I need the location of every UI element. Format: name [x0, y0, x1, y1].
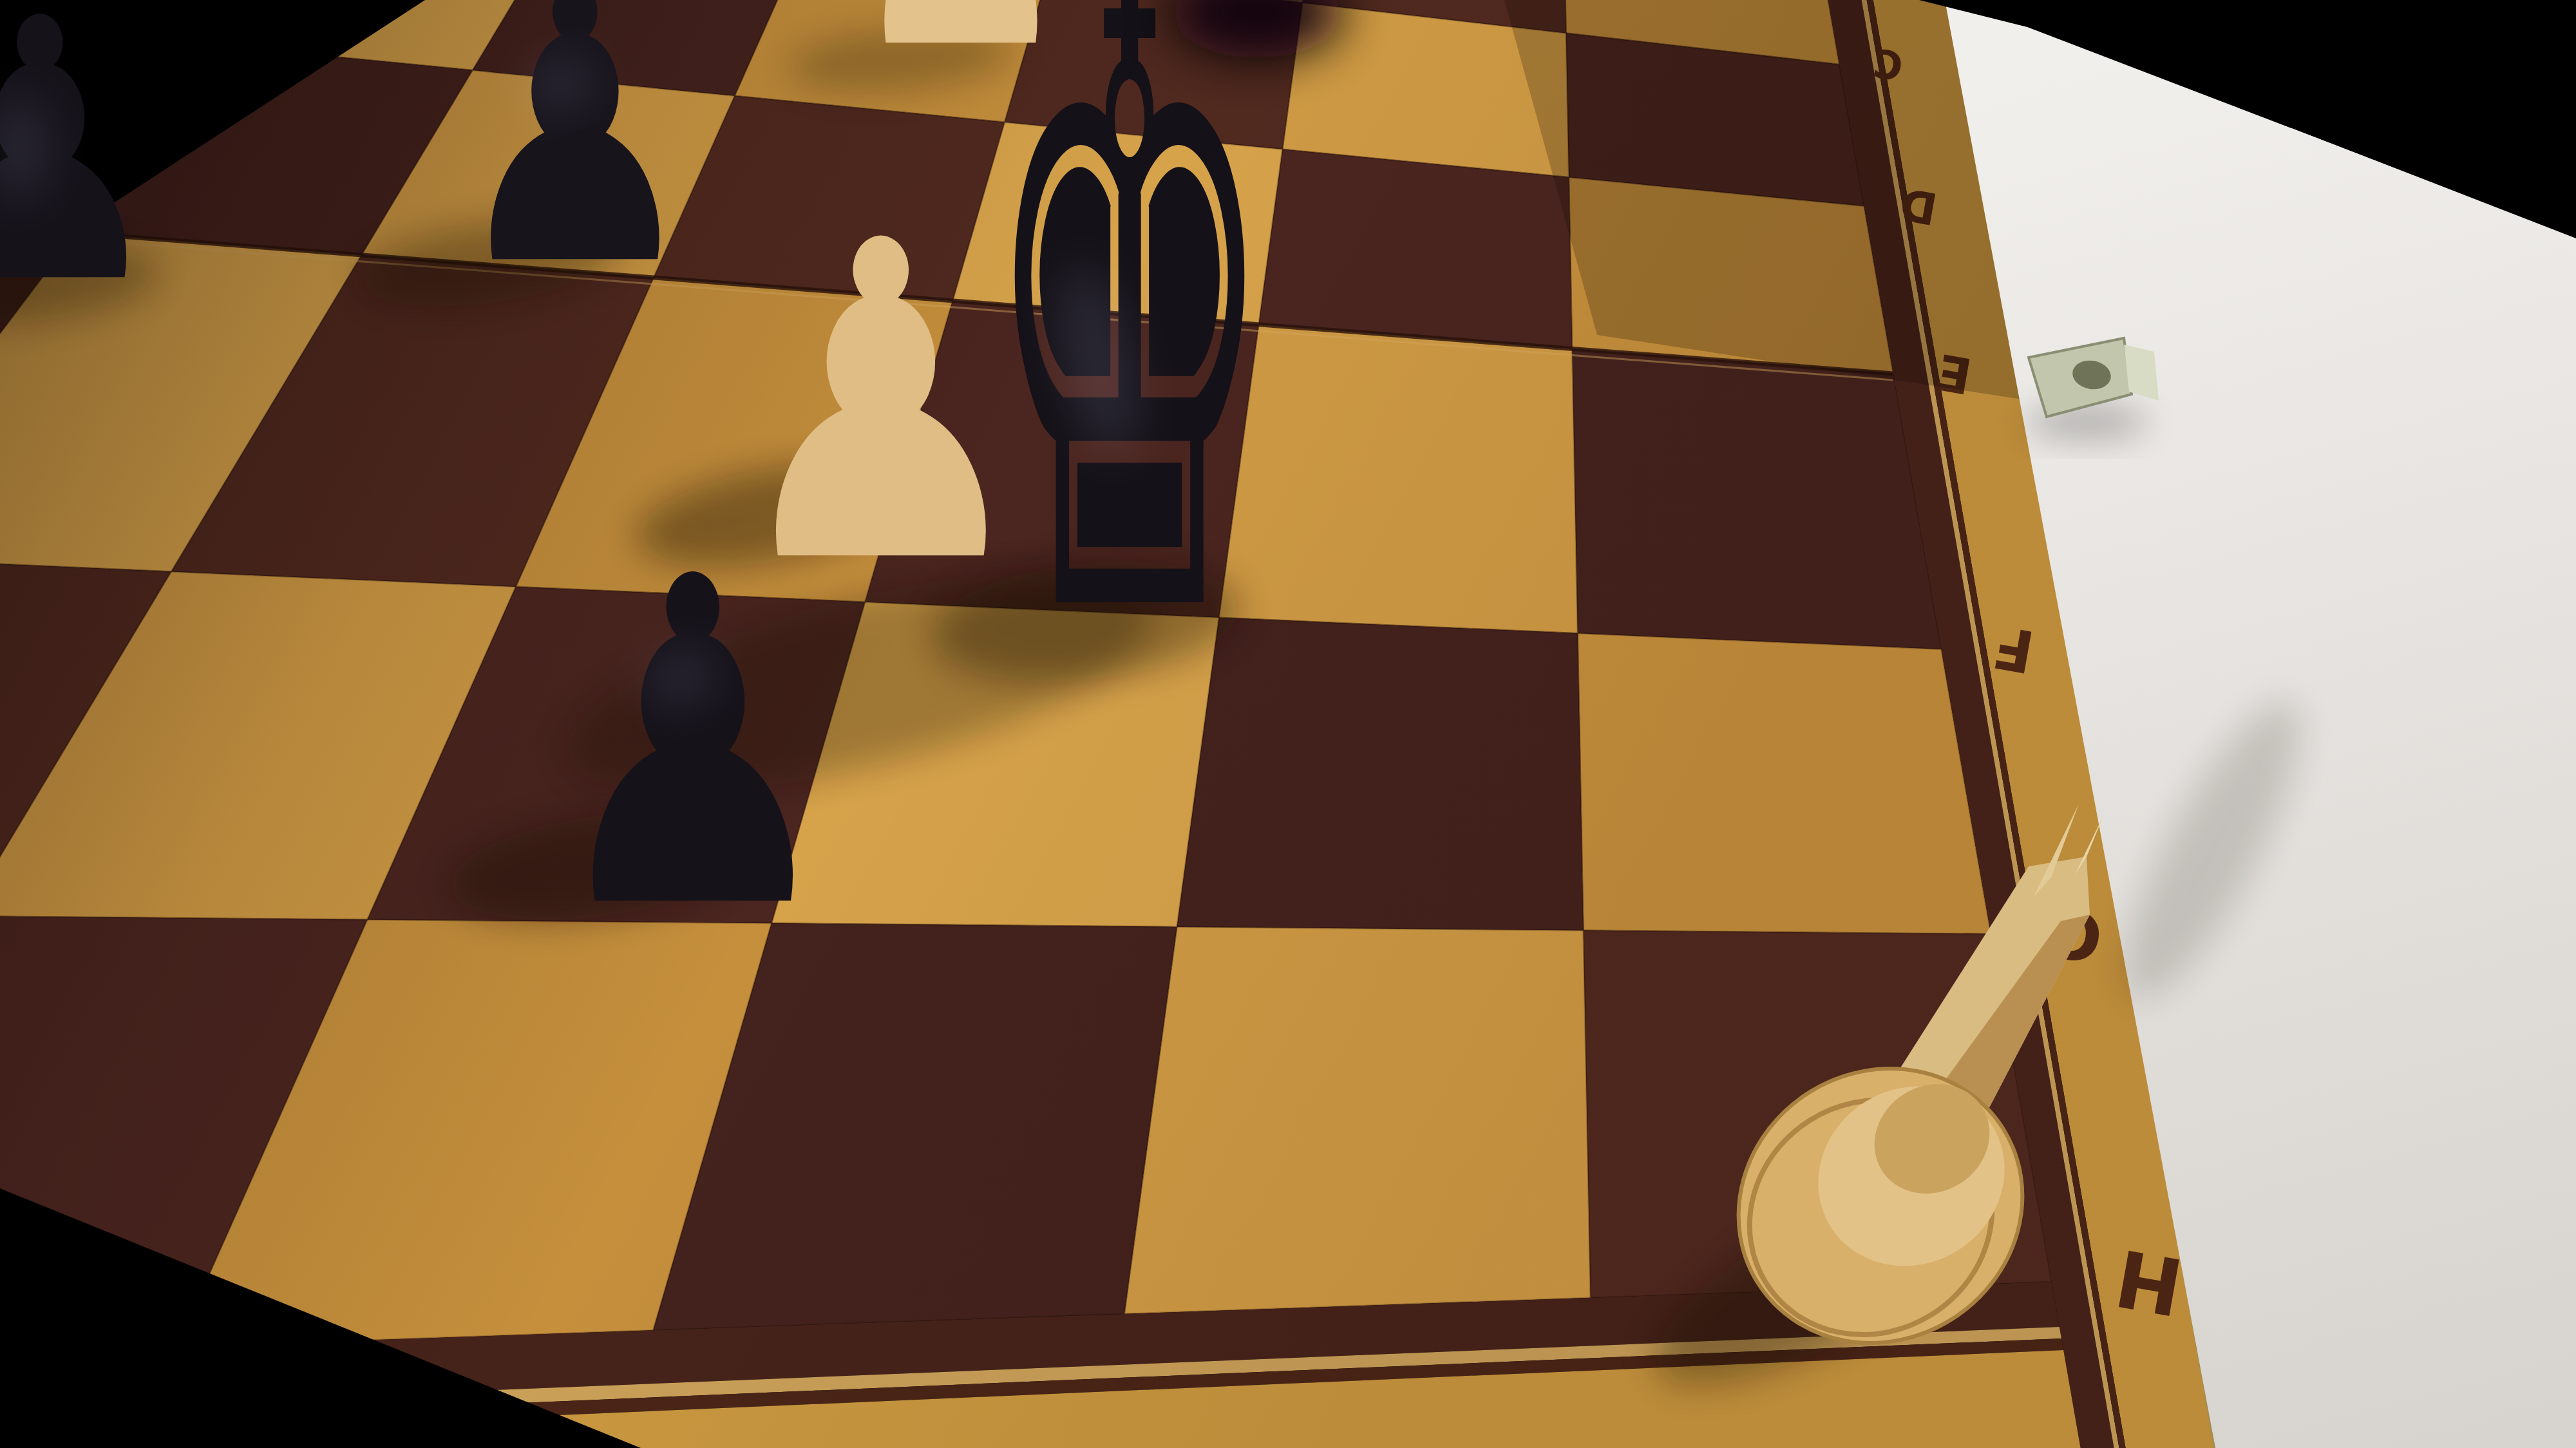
square-e2 — [1258, 149, 1572, 349]
photo-stage: CDEFGH♟♟♟♟♚♟ — [0, 0, 2576, 1448]
square-g1 — [1578, 633, 1991, 934]
fold-clasp — [2025, 338, 2159, 439]
square-h2 — [1124, 927, 1591, 1314]
chessboard-photo: CDEFGH♟♟♟♟♚♟ — [0, 0, 2576, 1448]
piece-black-pawn-g4: ♟ — [544, 482, 842, 1007]
square-f1 — [1572, 348, 1941, 649]
piece-black-pawn-e5: ♟ — [449, 0, 701, 348]
